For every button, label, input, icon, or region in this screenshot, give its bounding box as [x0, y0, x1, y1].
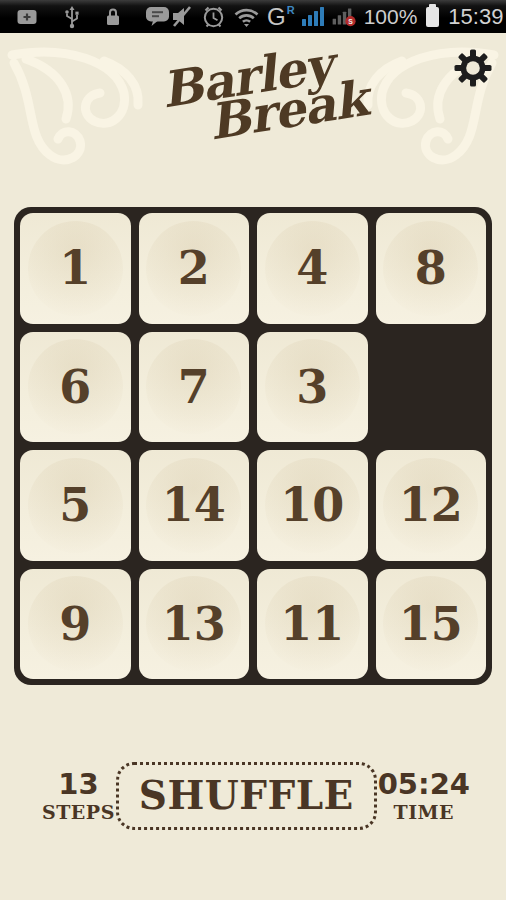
footer: 13 STEPS SHUFFLE 05:24 TIME	[0, 762, 506, 830]
tile-15[interactable]: 15	[376, 569, 487, 680]
tile-11[interactable]: 11	[257, 569, 368, 680]
tile-6[interactable]: 6	[20, 332, 131, 443]
tile-1[interactable]: 1	[20, 213, 131, 324]
battery-percent: 100%	[364, 5, 418, 29]
sim-badge: S	[345, 16, 355, 26]
board: 124867351410129131115	[14, 207, 492, 685]
tile-number: 10	[280, 478, 344, 532]
tile-number: 15	[399, 597, 463, 651]
time-value: 05:24	[378, 769, 470, 801]
tile-14[interactable]: 14	[139, 450, 250, 561]
battery-icon	[426, 7, 439, 27]
empty-cell	[376, 332, 487, 443]
wifi-icon	[233, 6, 260, 27]
tile-12[interactable]: 12	[376, 450, 487, 561]
tile-number: 9	[59, 597, 91, 651]
tile-9[interactable]: 9	[20, 569, 131, 680]
chat-icon	[145, 6, 170, 27]
roaming-r: R	[287, 4, 295, 16]
tile-3[interactable]: 3	[257, 332, 368, 443]
tile-4[interactable]: 4	[257, 213, 368, 324]
settings-button[interactable]	[452, 47, 494, 89]
network-type: G R	[267, 6, 295, 28]
status-clock: 15:39	[448, 4, 503, 30]
header: Barley Break	[0, 33, 506, 207]
gear-icon	[452, 47, 494, 89]
status-right-icons: G R S 100% 15:39	[170, 4, 503, 30]
shuffle-button[interactable]: SHUFFLE	[116, 762, 377, 830]
steps-value: 13	[42, 769, 115, 801]
time-label: TIME	[378, 801, 470, 823]
mute-icon	[170, 5, 194, 28]
tile-number: 7	[178, 360, 210, 414]
signal-bars-blue-icon	[302, 7, 324, 26]
tile-number: 2	[178, 241, 210, 295]
tile-number: 4	[296, 241, 328, 295]
steps-stat: 13 STEPS	[42, 769, 115, 823]
status-bar: G R S 100% 15:39	[0, 0, 506, 33]
tile-number: 14	[162, 478, 226, 532]
tile-number: 8	[415, 241, 447, 295]
tile-5[interactable]: 5	[20, 450, 131, 561]
tile-number: 5	[59, 478, 91, 532]
usb-icon	[63, 5, 81, 29]
tile-8[interactable]: 8	[376, 213, 487, 324]
network-g: G	[267, 6, 286, 28]
status-left-icons	[16, 5, 170, 29]
steps-label: STEPS	[42, 801, 115, 823]
tile-number: 13	[162, 597, 226, 651]
tile-number: 11	[280, 597, 344, 651]
screen: G R S 100% 15:39	[0, 0, 506, 900]
alarm-icon	[201, 4, 226, 29]
tile-number: 3	[296, 360, 328, 414]
tile-number: 6	[59, 360, 91, 414]
tile-number: 12	[399, 478, 463, 532]
plus-badge-icon	[16, 9, 38, 25]
tile-number: 1	[59, 241, 91, 295]
time-stat: 05:24 TIME	[378, 769, 470, 823]
app-title: Barley Break	[158, 40, 341, 154]
tile-10[interactable]: 10	[257, 450, 368, 561]
tile-7[interactable]: 7	[139, 332, 250, 443]
tile-13[interactable]: 13	[139, 569, 250, 680]
tile-2[interactable]: 2	[139, 213, 250, 324]
flourish-left-icon	[4, 41, 159, 176]
lock-icon	[106, 7, 120, 26]
signal-bars-grey-icon: S	[332, 8, 351, 24]
